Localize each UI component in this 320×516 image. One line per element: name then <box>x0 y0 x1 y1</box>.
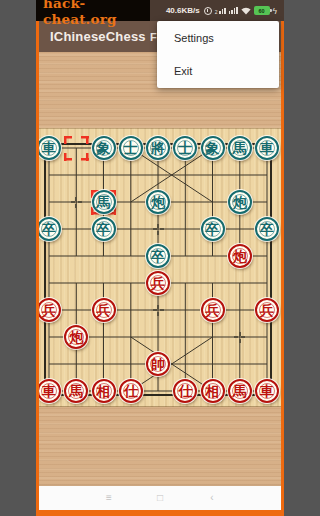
piece-red-advisor: 仕 <box>119 379 143 403</box>
frame-right <box>281 0 284 516</box>
piece-red-soldier: 兵 <box>255 298 279 322</box>
piece-black-soldier: 卒 <box>37 217 61 241</box>
frame-left <box>36 0 39 516</box>
battery-icon: 60 <box>254 6 270 15</box>
piece-black-horse: 馬 <box>92 190 116 214</box>
piece-red-horse: 馬 <box>228 379 252 403</box>
piece-red-general: 帥 <box>146 352 170 376</box>
status-icons: 2 60 ϟ <box>204 6 277 15</box>
last-move-marker <box>64 136 89 161</box>
piece-red-elephant: 相 <box>201 379 225 403</box>
signal-sim2-icon: 2 <box>215 8 226 14</box>
piece-black-elephant: 象 <box>201 136 225 160</box>
charging-bolt-icon: ϟ <box>273 7 278 15</box>
recents-button[interactable]: ≡ <box>106 486 112 510</box>
appbar-partial-menu-label[interactable]: F <box>150 31 157 43</box>
status-bar: 40.6KB/s 2 60 ϟ hack-cheat.org <box>36 0 284 21</box>
piece-black-horse: 馬 <box>228 136 252 160</box>
piece-red-soldier: 兵 <box>201 298 225 322</box>
overflow-menu: Settings Exit <box>157 21 279 88</box>
piece-black-soldier: 卒 <box>92 217 116 241</box>
piece-black-soldier: 卒 <box>255 217 279 241</box>
frame-bottom <box>36 510 284 516</box>
piece-black-soldier: 卒 <box>146 244 170 268</box>
point-marker <box>153 305 164 316</box>
piece-red-chariot: 車 <box>37 379 61 403</box>
alarm-clock-icon <box>204 7 212 15</box>
piece-red-soldier: 兵 <box>37 298 61 322</box>
piece-black-soldier: 卒 <box>201 217 225 241</box>
network-speed: 40.6KB/s <box>166 6 200 15</box>
android-nav-bar: ≡ □ ‹ <box>36 486 284 510</box>
watermark-banner: hack-cheat.org <box>36 0 150 21</box>
piece-black-general: 將 <box>146 136 170 160</box>
piece-red-cannon: 炮 <box>228 244 252 268</box>
piece-black-cannon: 炮 <box>146 190 170 214</box>
piece-red-soldier: 兵 <box>92 298 116 322</box>
app-title: IChineseChess <box>50 29 146 44</box>
piece-red-soldier: 兵 <box>146 271 170 295</box>
piece-black-cannon: 炮 <box>228 190 252 214</box>
piece-black-advisor: 士 <box>119 136 143 160</box>
point-marker <box>234 332 245 343</box>
xiangqi-board[interactable]: 車象士將士象馬車馬炮炮卒卒卒卒卒炮兵兵兵兵兵炮帥車馬相仕仕相馬車 <box>39 128 281 407</box>
point-marker <box>153 224 164 235</box>
back-button[interactable]: ‹ <box>210 486 213 510</box>
watermark-text: hack-cheat.org <box>43 0 150 27</box>
piece-black-elephant: 象 <box>92 136 116 160</box>
point-marker <box>71 197 82 208</box>
piece-red-chariot: 車 <box>255 379 279 403</box>
menu-item-exit[interactable]: Exit <box>157 54 279 87</box>
signal-sim1-icon <box>229 7 238 15</box>
wifi-icon <box>241 7 251 15</box>
battery-percent: 60 <box>258 8 264 14</box>
piece-black-chariot: 車 <box>37 136 61 160</box>
piece-black-chariot: 車 <box>255 136 279 160</box>
phone-screen: 40.6KB/s 2 60 ϟ hack-cheat.org IChineseC… <box>36 0 284 516</box>
menu-item-settings[interactable]: Settings <box>157 21 279 54</box>
piece-red-elephant: 相 <box>92 379 116 403</box>
home-button[interactable]: □ <box>157 486 163 510</box>
